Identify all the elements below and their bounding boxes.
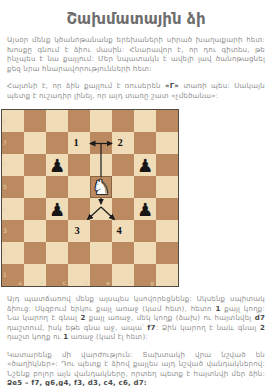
square-e8: [90, 110, 112, 132]
file-label-g: g: [150, 279, 154, 286]
square-g7: [134, 132, 156, 154]
square-g4: ♟: [134, 198, 156, 220]
rank-label-3: 3: [3, 228, 7, 234]
square-e4: [90, 198, 112, 220]
square-a3: 3: [2, 220, 24, 242]
square-f5: [112, 176, 134, 198]
arrow-label-1: 1: [70, 137, 82, 149]
file-label-h: h: [172, 279, 176, 286]
square-a1: 1a: [2, 264, 24, 286]
file-label-a: a: [18, 279, 22, 286]
file-label-c: c: [63, 279, 66, 286]
square-h2: [156, 242, 178, 264]
page-title: Շախմատային ձի: [0, 10, 272, 28]
square-e3: [90, 220, 112, 242]
square-h1: h: [156, 264, 178, 286]
rank-label-8: 8: [3, 118, 7, 124]
square-b4: [24, 198, 46, 220]
square-g5: [134, 176, 156, 198]
black-pawn-piece: ♟: [46, 198, 68, 220]
square-g6: ♟: [134, 154, 156, 176]
square-a2: 2: [2, 242, 24, 264]
square-f1: f: [112, 264, 134, 286]
square-b2: [24, 242, 46, 264]
square-c2: [46, 242, 68, 264]
square-b5: [24, 176, 46, 198]
file-label-f: f: [130, 279, 132, 286]
square-e2: [90, 242, 112, 264]
square-b6: [24, 154, 46, 176]
file-label-d: d: [84, 279, 88, 286]
square-f6: [112, 154, 134, 176]
square-d4: [68, 198, 90, 220]
square-c4: ♟: [46, 198, 68, 220]
square-a7: 7: [2, 132, 24, 154]
square-h4: [156, 198, 178, 220]
square-c5: [46, 176, 68, 198]
square-f8: [112, 110, 134, 132]
intro-paragraph: Այսօր մենք կծանոթանանք երեխաների սիրած խ…: [7, 36, 265, 74]
square-g8: [134, 110, 156, 132]
square-g3: [134, 220, 156, 242]
square-a6: 6: [2, 154, 24, 176]
exercise-paragraph: Կատարենք մի վարժություն: Տախտակի վրա նշվ…: [7, 351, 265, 386]
chess-diagram: 876♟♟5♞4♟♟321abcdefgh 1 2 3 4: [1, 109, 179, 287]
black-pawn-piece: ♟: [46, 154, 68, 176]
square-e7: [90, 132, 112, 154]
file-label-b: b: [40, 279, 44, 286]
square-h6: [156, 154, 178, 176]
square-a4: 4: [2, 198, 24, 220]
square-c1: c: [46, 264, 68, 286]
square-e5: ♞: [90, 176, 112, 198]
square-c7: [46, 132, 68, 154]
rank-label-7: 7: [3, 140, 7, 146]
square-h5: [156, 176, 178, 198]
square-h7: [156, 132, 178, 154]
square-c8: [46, 110, 68, 132]
square-f2: [112, 242, 134, 264]
square-e6: [90, 154, 112, 176]
rank-label-1: 1: [3, 272, 7, 278]
square-d1: d: [68, 264, 90, 286]
arrow-label-3: 3: [71, 225, 83, 237]
square-b8: [24, 110, 46, 132]
chessboard: 876♟♟5♞4♟♟321abcdefgh: [1, 109, 179, 287]
square-a8: 8: [2, 110, 24, 132]
square-b7: [24, 132, 46, 154]
square-d6: [68, 154, 90, 176]
square-g1: g: [134, 264, 156, 286]
square-b1: b: [24, 264, 46, 286]
file-label-e: e: [106, 279, 110, 286]
square-d2: [68, 242, 90, 264]
black-pawn-piece: ♟: [134, 154, 156, 176]
square-a5: 5: [2, 176, 24, 198]
arrow-label-2: 2: [114, 137, 126, 149]
square-c3: [46, 220, 68, 242]
square-g2: [134, 242, 156, 264]
rank-label-4: 4: [3, 206, 7, 212]
square-f4: [112, 198, 134, 220]
square-d5: [68, 176, 90, 198]
g-letter-paragraph: Հայտնի է, որ ձին քայլում է ռուսերեն «Г» …: [7, 82, 265, 101]
explanation-paragraph: Այդ պատճառով մենք այսպես կսովորեցնենք: Ս…: [7, 295, 265, 343]
square-h8: [156, 110, 178, 132]
arrow-label-4: 4: [113, 225, 125, 237]
white-knight-piece: ♞: [90, 176, 112, 198]
rank-label-2: 2: [3, 250, 7, 256]
square-c6: ♟: [46, 154, 68, 176]
square-h3: [156, 220, 178, 242]
square-b3: [24, 220, 46, 242]
black-pawn-piece: ♟: [134, 198, 156, 220]
square-d8: [68, 110, 90, 132]
square-e1: e: [90, 264, 112, 286]
rank-label-5: 5: [3, 184, 7, 190]
rank-label-6: 6: [3, 162, 7, 168]
